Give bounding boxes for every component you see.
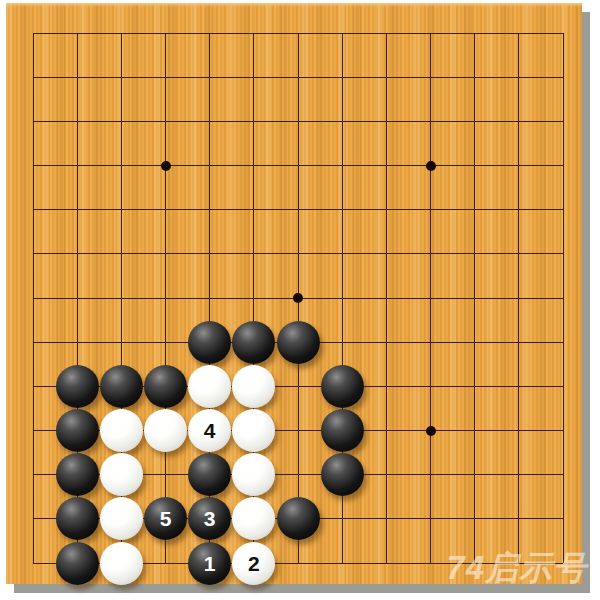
- move-number-label: 2: [248, 542, 260, 585]
- black-stone: [144, 365, 187, 408]
- white-stone: [100, 409, 143, 452]
- white-stone: [232, 497, 275, 540]
- black-stone: 5: [144, 497, 187, 540]
- black-stone: [321, 365, 364, 408]
- star-point: [426, 161, 436, 171]
- white-stone: [100, 453, 143, 496]
- move-number-label: 3: [204, 497, 216, 540]
- star-point: [293, 293, 303, 303]
- white-stone: [100, 542, 143, 585]
- grid-line-vertical: [430, 33, 431, 563]
- black-stone: [56, 409, 99, 452]
- black-stone: [321, 453, 364, 496]
- grid-line-vertical: [474, 33, 475, 563]
- move-number-label: 1: [204, 542, 216, 585]
- black-stone: [56, 497, 99, 540]
- black-stone: [56, 453, 99, 496]
- white-stone: [232, 453, 275, 496]
- white-stone: 2: [232, 542, 275, 585]
- go-board: 45312: [6, 3, 582, 584]
- black-stone: [56, 365, 99, 408]
- black-stone: [56, 542, 99, 585]
- move-number-label: 4: [204, 409, 216, 452]
- go-diagram: 45312 74启示号: [0, 0, 600, 600]
- black-stone: [188, 453, 231, 496]
- white-stone: 4: [188, 409, 231, 452]
- black-stone: 3: [188, 497, 231, 540]
- grid-line-vertical: [518, 33, 519, 563]
- star-point: [161, 161, 171, 171]
- white-stone: [100, 497, 143, 540]
- black-stone: [232, 321, 275, 364]
- white-stone: [232, 409, 275, 452]
- black-stone: [321, 409, 364, 452]
- move-number-label: 5: [160, 497, 172, 540]
- black-stone: [277, 321, 320, 364]
- white-stone: [144, 409, 187, 452]
- black-stone: [188, 321, 231, 364]
- grid-line-vertical: [386, 33, 387, 563]
- grid-line-vertical: [563, 33, 564, 563]
- black-stone: [277, 497, 320, 540]
- star-point: [426, 426, 436, 436]
- black-stone: 1: [188, 542, 231, 585]
- white-stone: [188, 365, 231, 408]
- black-stone: [100, 365, 143, 408]
- white-stone: [232, 365, 275, 408]
